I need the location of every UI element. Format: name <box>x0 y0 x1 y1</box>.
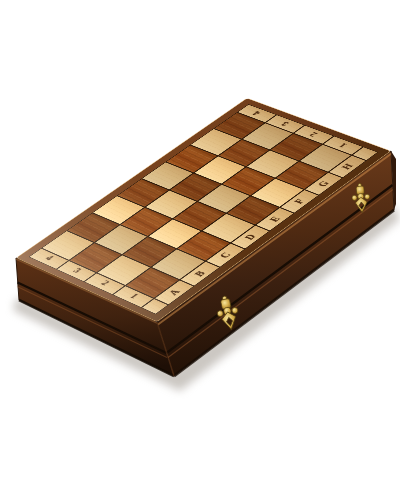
file-label-a-text: A <box>167 288 182 296</box>
rank-label-left-1-text: 1 <box>127 293 139 300</box>
file-label-h-text: H <box>340 163 355 171</box>
file-label-d-text: D <box>243 233 258 241</box>
rank-label-left-2-text: 2 <box>99 280 111 287</box>
product-photo-stage: 4321 ABCDEFGH 4321 <box>0 0 400 480</box>
rank-label-right-2-text: 2 <box>308 131 319 137</box>
file-label-b-text: B <box>193 270 207 278</box>
file-label-f-text: F <box>292 198 306 205</box>
rank-label-right-3-text: 3 <box>279 121 290 127</box>
rank-label-right-4-text: 4 <box>251 110 262 116</box>
rank-label-left-4-text: 4 <box>43 255 54 262</box>
file-label-g-text: G <box>316 180 331 188</box>
file-label-e-text: E <box>268 215 282 222</box>
file-label-c-text: C <box>218 251 233 259</box>
rank-label-left-3-text: 3 <box>70 267 82 274</box>
rank-label-right-1-text: 1 <box>337 142 348 148</box>
